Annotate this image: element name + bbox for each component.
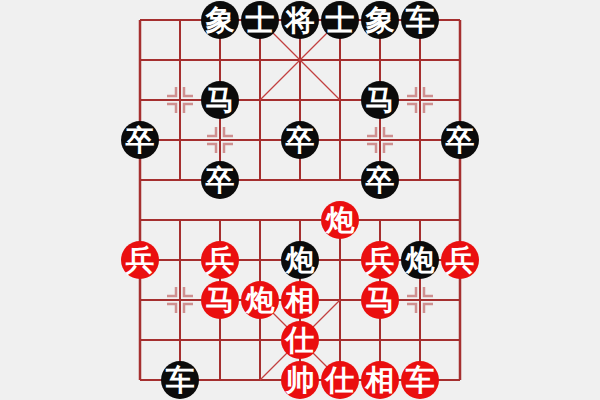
point-c2[interactable] [200,320,240,360]
point-g7[interactable] [360,120,400,160]
black-soldier-piece[interactable]: 卒 [361,161,399,199]
black-soldier-piece[interactable]: 卒 [121,121,159,159]
point-c1[interactable] [200,360,240,400]
point-h9[interactable] [400,40,440,80]
point-g10[interactable]: 象 [360,0,400,40]
point-b9[interactable] [160,40,200,80]
red-advisor-piece[interactable]: 仕 [281,321,319,359]
point-c4[interactable]: 兵 [200,240,240,280]
point-b3[interactable] [160,280,200,320]
red-elephant-piece[interactable]: 相 [361,361,399,399]
black-horse-piece[interactable]: 马 [361,81,399,119]
point-g6[interactable]: 卒 [360,160,400,200]
point-d4[interactable] [240,240,280,280]
point-i8[interactable] [440,80,480,120]
point-a6[interactable] [120,160,160,200]
point-d7[interactable] [240,120,280,160]
point-d2[interactable] [240,320,280,360]
point-d1[interactable] [240,360,280,400]
point-a5[interactable] [120,200,160,240]
point-c7[interactable] [200,120,240,160]
point-b7[interactable] [160,120,200,160]
point-i2[interactable] [440,320,480,360]
point-e5[interactable] [280,200,320,240]
point-a7[interactable]: 卒 [120,120,160,160]
point-i4[interactable]: 兵 [440,240,480,280]
point-c5[interactable] [200,200,240,240]
point-c8[interactable]: 马 [200,80,240,120]
red-horse-piece[interactable]: 马 [361,281,399,319]
board-grid: 象士将士象车马马卒卒卒卒卒炮兵兵炮兵炮兵马炮相马仕车帅仕相车 [120,0,480,400]
point-b10[interactable] [160,0,200,40]
point-f10[interactable]: 士 [320,0,360,40]
point-a8[interactable] [120,80,160,120]
black-chariot-piece[interactable]: 车 [401,1,439,39]
point-c9[interactable] [200,40,240,80]
point-b1[interactable]: 车 [160,360,200,400]
point-h7[interactable] [400,120,440,160]
point-h5[interactable] [400,200,440,240]
point-h3[interactable] [400,280,440,320]
point-e7[interactable]: 卒 [280,120,320,160]
point-e2[interactable]: 仕 [280,320,320,360]
point-i10[interactable] [440,0,480,40]
point-a3[interactable] [120,280,160,320]
point-e4[interactable]: 炮 [280,240,320,280]
point-d5[interactable] [240,200,280,240]
red-general-piece[interactable]: 帅 [281,361,319,399]
red-horse-piece[interactable]: 马 [201,281,239,319]
point-b5[interactable] [160,200,200,240]
point-e6[interactable] [280,160,320,200]
point-h10[interactable]: 车 [400,0,440,40]
point-h1[interactable]: 车 [400,360,440,400]
black-advisor-piece[interactable]: 士 [241,1,279,39]
black-elephant-piece[interactable]: 象 [201,1,239,39]
point-b2[interactable] [160,320,200,360]
point-a1[interactable] [120,360,160,400]
point-i3[interactable] [440,280,480,320]
point-a10[interactable] [120,0,160,40]
black-elephant-piece[interactable]: 象 [361,1,399,39]
red-elephant-piece[interactable]: 相 [281,281,319,319]
point-g3[interactable]: 马 [360,280,400,320]
point-f2[interactable] [320,320,360,360]
point-f3[interactable] [320,280,360,320]
point-f6[interactable] [320,160,360,200]
point-f9[interactable] [320,40,360,80]
point-f7[interactable] [320,120,360,160]
red-chariot-piece[interactable]: 车 [401,361,439,399]
point-f5[interactable]: 炮 [320,200,360,240]
point-a9[interactable] [120,40,160,80]
red-cannon-piece[interactable]: 炮 [321,201,359,239]
point-g5[interactable] [360,200,400,240]
xiangqi-board-screen: 象士将士象车马马卒卒卒卒卒炮兵兵炮兵炮兵马炮相马仕车帅仕相车 [0,0,600,400]
red-soldier-piece[interactable]: 兵 [441,241,479,279]
point-g8[interactable]: 马 [360,80,400,120]
red-advisor-piece[interactable]: 仕 [321,361,359,399]
point-b8[interactable] [160,80,200,120]
point-i5[interactable] [440,200,480,240]
point-e9[interactable] [280,40,320,80]
point-d9[interactable] [240,40,280,80]
point-h8[interactable] [400,80,440,120]
black-chariot-piece[interactable]: 车 [161,361,199,399]
point-h6[interactable] [400,160,440,200]
red-soldier-piece[interactable]: 兵 [121,241,159,279]
red-soldier-piece[interactable]: 兵 [201,241,239,279]
point-a2[interactable] [120,320,160,360]
point-g1[interactable]: 相 [360,360,400,400]
point-g4[interactable]: 兵 [360,240,400,280]
point-c3[interactable]: 马 [200,280,240,320]
point-h4[interactable]: 炮 [400,240,440,280]
point-d8[interactable] [240,80,280,120]
point-i9[interactable] [440,40,480,80]
point-c10[interactable]: 象 [200,0,240,40]
black-general-piece[interactable]: 将 [281,1,319,39]
point-i6[interactable] [440,160,480,200]
point-e8[interactable] [280,80,320,120]
point-g9[interactable] [360,40,400,80]
red-soldier-piece[interactable]: 兵 [361,241,399,279]
point-c6[interactable]: 卒 [200,160,240,200]
point-e3[interactable]: 相 [280,280,320,320]
black-advisor-piece[interactable]: 士 [321,1,359,39]
point-f4[interactable] [320,240,360,280]
black-cannon-piece[interactable]: 炮 [401,241,439,279]
black-soldier-piece[interactable]: 卒 [441,121,479,159]
black-horse-piece[interactable]: 马 [201,81,239,119]
black-cannon-piece[interactable]: 炮 [281,241,319,279]
point-b4[interactable] [160,240,200,280]
point-h2[interactable] [400,320,440,360]
point-g2[interactable] [360,320,400,360]
point-i1[interactable] [440,360,480,400]
point-b6[interactable] [160,160,200,200]
point-d10[interactable]: 士 [240,0,280,40]
red-cannon-piece[interactable]: 炮 [241,281,279,319]
black-soldier-piece[interactable]: 卒 [281,121,319,159]
point-e1[interactable]: 帅 [280,360,320,400]
black-soldier-piece[interactable]: 卒 [201,161,239,199]
point-e10[interactable]: 将 [280,0,320,40]
point-f8[interactable] [320,80,360,120]
point-a4[interactable]: 兵 [120,240,160,280]
point-d3[interactable]: 炮 [240,280,280,320]
point-d6[interactable] [240,160,280,200]
point-i7[interactable]: 卒 [440,120,480,160]
point-f1[interactable]: 仕 [320,360,360,400]
